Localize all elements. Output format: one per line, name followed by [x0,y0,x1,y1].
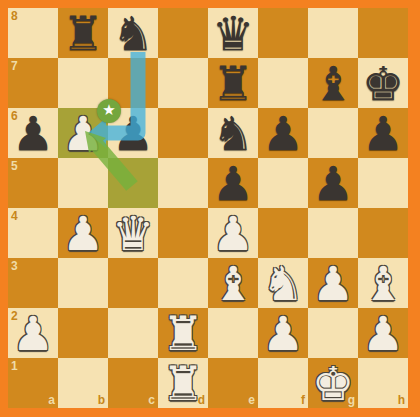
black-king-h7[interactable]: ♚ [358,58,408,108]
square-a7[interactable]: 7 [8,58,58,108]
square-g3[interactable]: ♟ [308,258,358,308]
white-pawn-b4[interactable]: ♟ [58,208,108,258]
square-c8[interactable]: ♞ [108,8,158,58]
square-d2[interactable]: ♜ [158,308,208,358]
square-b7[interactable] [58,58,108,108]
white-king-g1[interactable]: ♚ [308,358,358,408]
square-g7[interactable]: ♝ [308,58,358,108]
square-d4[interactable] [158,208,208,258]
square-e3[interactable]: ♝ [208,258,258,308]
square-d5[interactable] [158,158,208,208]
square-h2[interactable]: ♟ [358,308,408,358]
rank-label-3: 3 [11,259,18,273]
square-c5[interactable] [108,158,158,208]
file-label-e: e [248,393,255,407]
square-f4[interactable] [258,208,308,258]
square-f3[interactable]: ♞ [258,258,308,308]
white-pawn-g3[interactable]: ♟ [308,258,358,308]
square-h6[interactable]: ♟ [358,108,408,158]
rank-label-4: 4 [11,209,18,223]
square-g1[interactable]: g♚ [308,358,358,408]
rank-label-1: 1 [11,359,18,373]
square-f2[interactable]: ♟ [258,308,308,358]
square-a5[interactable]: 5 [8,158,58,208]
square-b3[interactable] [58,258,108,308]
square-g4[interactable] [308,208,358,258]
black-pawn-a6[interactable]: ♟ [8,108,58,158]
file-label-c: c [148,393,155,407]
square-e4[interactable]: ♟ [208,208,258,258]
black-queen-e8[interactable]: ♛ [208,8,258,58]
file-label-b: b [98,393,105,407]
square-a2[interactable]: 2♟ [8,308,58,358]
file-label-a: a [48,393,55,407]
white-rook-d1[interactable]: ♜ [158,358,208,408]
best-move-badge: ★ [97,99,121,123]
black-rook-e7[interactable]: ♜ [208,58,258,108]
square-d6[interactable] [158,108,208,158]
white-pawn-f2[interactable]: ♟ [258,308,308,358]
square-h1[interactable]: h [358,358,408,408]
white-bishop-e3[interactable]: ♝ [208,258,258,308]
square-d7[interactable] [158,58,208,108]
black-pawn-e5[interactable]: ♟ [208,158,258,208]
square-a8[interactable]: 8 [8,8,58,58]
white-pawn-e4[interactable]: ♟ [208,208,258,258]
square-e8[interactable]: ♛ [208,8,258,58]
square-c1[interactable]: c [108,358,158,408]
board-frame: 8♜♞♛7♜♝♚6♟♟♟♞♟♟5♟♟4♟♛♟3♝♞♟♝2♟♜♟♟1abcd♜ef… [0,0,420,417]
black-pawn-f6[interactable]: ♟ [258,108,308,158]
square-b1[interactable]: b [58,358,108,408]
white-queen-c4[interactable]: ♛ [108,208,158,258]
square-e7[interactable]: ♜ [208,58,258,108]
square-d8[interactable] [158,8,208,58]
black-pawn-h6[interactable]: ♟ [358,108,408,158]
square-b8[interactable]: ♜ [58,8,108,58]
square-e5[interactable]: ♟ [208,158,258,208]
square-a4[interactable]: 4 [8,208,58,258]
star-icon: ★ [102,103,115,118]
black-knight-e6[interactable]: ♞ [208,108,258,158]
square-b4[interactable]: ♟ [58,208,108,258]
chess-board: 8♜♞♛7♜♝♚6♟♟♟♞♟♟5♟♟4♟♛♟3♝♞♟♝2♟♜♟♟1abcd♜ef… [8,8,408,408]
square-c4[interactable]: ♛ [108,208,158,258]
square-f5[interactable] [258,158,308,208]
square-c3[interactable] [108,258,158,308]
black-bishop-g7[interactable]: ♝ [308,58,358,108]
black-rook-b8[interactable]: ♜ [58,8,108,58]
square-h7[interactable]: ♚ [358,58,408,108]
square-c2[interactable] [108,308,158,358]
square-b2[interactable] [58,308,108,358]
square-e6[interactable]: ♞ [208,108,258,158]
square-g2[interactable] [308,308,358,358]
square-a1[interactable]: 1a [8,358,58,408]
black-knight-c8[interactable]: ♞ [108,8,158,58]
square-g5[interactable]: ♟ [308,158,358,208]
white-knight-f3[interactable]: ♞ [258,258,308,308]
white-rook-d2[interactable]: ♜ [158,308,208,358]
square-g6[interactable] [308,108,358,158]
square-h4[interactable] [358,208,408,258]
file-label-h: h [398,393,405,407]
square-d3[interactable] [158,258,208,308]
square-f7[interactable] [258,58,308,108]
file-label-f: f [301,393,305,407]
square-h3[interactable]: ♝ [358,258,408,308]
square-f8[interactable] [258,8,308,58]
rank-label-5: 5 [11,159,18,173]
white-pawn-a2[interactable]: ♟ [8,308,58,358]
square-b5[interactable] [58,158,108,208]
square-a6[interactable]: 6♟ [8,108,58,158]
square-a3[interactable]: 3 [8,258,58,308]
square-h5[interactable] [358,158,408,208]
rank-label-8: 8 [11,9,18,23]
black-pawn-g5[interactable]: ♟ [308,158,358,208]
white-bishop-h3[interactable]: ♝ [358,258,408,308]
white-pawn-h2[interactable]: ♟ [358,308,408,358]
square-g8[interactable] [308,8,358,58]
square-f1[interactable]: f [258,358,308,408]
square-d1[interactable]: d♜ [158,358,208,408]
square-e1[interactable]: e [208,358,258,408]
square-h8[interactable] [358,8,408,58]
rank-label-7: 7 [11,59,18,73]
square-e2[interactable] [208,308,258,358]
square-f6[interactable]: ♟ [258,108,308,158]
